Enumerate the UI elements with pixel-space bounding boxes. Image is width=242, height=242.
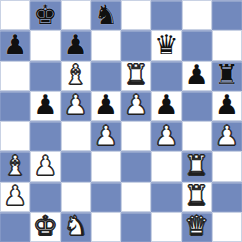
black-pawn[interactable]: ♟	[64, 31, 88, 58]
white-rook[interactable]: ♜	[185, 152, 209, 179]
square-e3[interactable]	[121, 151, 151, 181]
square-c4[interactable]	[61, 121, 91, 151]
white-bishop[interactable]: ♝	[3, 152, 27, 179]
square-e2[interactable]	[121, 182, 151, 212]
square-d8[interactable]: ♞	[91, 0, 121, 30]
square-e4[interactable]	[121, 121, 151, 151]
square-f7[interactable]: ♛	[151, 30, 181, 60]
square-h5[interactable]: ♟	[212, 91, 242, 121]
black-king[interactable]: ♚	[33, 1, 57, 28]
square-e8[interactable]	[121, 0, 151, 30]
square-f5[interactable]: ♟	[151, 91, 181, 121]
square-g5[interactable]	[182, 91, 212, 121]
square-g8[interactable]	[182, 0, 212, 30]
square-h4[interactable]: ♟	[212, 121, 242, 151]
square-a6[interactable]	[0, 61, 30, 91]
square-c3[interactable]	[61, 151, 91, 181]
white-pawn[interactable]: ♟	[215, 122, 239, 149]
square-g4[interactable]	[182, 121, 212, 151]
square-b2[interactable]	[30, 182, 60, 212]
square-c8[interactable]	[61, 0, 91, 30]
square-h6[interactable]: ♜	[212, 61, 242, 91]
white-queen[interactable]: ♛	[185, 212, 209, 239]
white-rook[interactable]: ♜	[185, 182, 209, 209]
square-a2[interactable]: ♟	[0, 182, 30, 212]
square-h1[interactable]	[212, 212, 242, 242]
white-rook[interactable]: ♜	[124, 61, 148, 88]
square-d2[interactable]	[91, 182, 121, 212]
square-b3[interactable]: ♟	[30, 151, 60, 181]
square-b1[interactable]: ♚	[30, 212, 60, 242]
square-c6[interactable]: ♝	[61, 61, 91, 91]
square-d6[interactable]	[91, 61, 121, 91]
square-b6[interactable]	[30, 61, 60, 91]
square-d5[interactable]: ♟	[91, 91, 121, 121]
square-f1[interactable]	[151, 212, 181, 242]
square-d4[interactable]: ♟	[91, 121, 121, 151]
black-pawn[interactable]: ♟	[94, 91, 118, 118]
white-pawn[interactable]: ♟	[64, 91, 88, 118]
square-a3[interactable]: ♝	[0, 151, 30, 181]
square-e6[interactable]: ♜	[121, 61, 151, 91]
square-d1[interactable]	[91, 212, 121, 242]
square-c1[interactable]: ♞	[61, 212, 91, 242]
black-knight[interactable]: ♞	[94, 1, 118, 28]
square-c5[interactable]: ♟	[61, 91, 91, 121]
white-pawn[interactable]: ♟	[94, 122, 118, 149]
white-knight[interactable]: ♞	[64, 212, 88, 239]
square-e5[interactable]: ♟	[121, 91, 151, 121]
black-pawn[interactable]: ♟	[3, 31, 27, 58]
white-pawn[interactable]: ♟	[33, 152, 57, 179]
square-g6[interactable]: ♟	[182, 61, 212, 91]
black-queen[interactable]: ♛	[154, 31, 178, 58]
white-bishop[interactable]: ♝	[64, 61, 88, 88]
square-g2[interactable]: ♜	[182, 182, 212, 212]
square-f3[interactable]	[151, 151, 181, 181]
square-b7[interactable]	[30, 30, 60, 60]
square-f2[interactable]	[151, 182, 181, 212]
square-d3[interactable]	[91, 151, 121, 181]
square-e1[interactable]	[121, 212, 151, 242]
square-f6[interactable]	[151, 61, 181, 91]
black-pawn[interactable]: ♟	[215, 91, 239, 118]
square-c2[interactable]	[61, 182, 91, 212]
white-pawn[interactable]: ♟	[154, 122, 178, 149]
square-a4[interactable]	[0, 121, 30, 151]
chess-board: ♚♞♟♟♛♝♜♟♜♟♟♟♟♟♟♟♟♟♝♟♜♟♜♚♞♛	[0, 0, 242, 242]
square-f8[interactable]	[151, 0, 181, 30]
black-pawn[interactable]: ♟	[185, 61, 209, 88]
square-a1[interactable]	[0, 212, 30, 242]
black-pawn[interactable]: ♟	[154, 91, 178, 118]
square-f4[interactable]: ♟	[151, 121, 181, 151]
square-d7[interactable]	[91, 30, 121, 60]
square-g7[interactable]	[182, 30, 212, 60]
square-h8[interactable]	[212, 0, 242, 30]
square-g3[interactable]: ♜	[182, 151, 212, 181]
white-pawn[interactable]: ♟	[3, 182, 27, 209]
square-b5[interactable]: ♟	[30, 91, 60, 121]
square-b4[interactable]	[30, 121, 60, 151]
square-b8[interactable]: ♚	[30, 0, 60, 30]
square-e7[interactable]	[121, 30, 151, 60]
square-a7[interactable]: ♟	[0, 30, 30, 60]
square-h7[interactable]	[212, 30, 242, 60]
square-g1[interactable]: ♛	[182, 212, 212, 242]
white-pawn[interactable]: ♟	[124, 91, 148, 118]
square-a5[interactable]	[0, 91, 30, 121]
square-a8[interactable]	[0, 0, 30, 30]
square-h3[interactable]	[212, 151, 242, 181]
square-c7[interactable]: ♟	[61, 30, 91, 60]
square-h2[interactable]	[212, 182, 242, 212]
white-king[interactable]: ♚	[33, 212, 57, 239]
black-pawn[interactable]: ♟	[33, 91, 57, 118]
black-rook[interactable]: ♜	[215, 61, 239, 88]
